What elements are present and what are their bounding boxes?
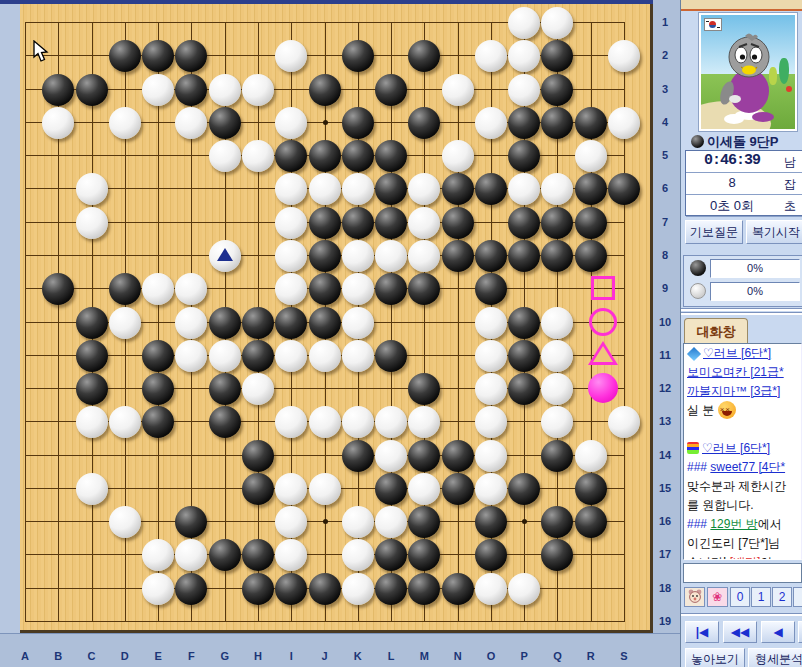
coord-number-5: 5 — [662, 149, 668, 161]
black-stone-H17 — [242, 539, 274, 571]
digit-button-1[interactable]: 1 — [751, 587, 771, 607]
korea-flag-icon — [704, 18, 722, 31]
coord-letter-L: L — [388, 650, 395, 662]
chat-text: 를 원합니다. — [687, 498, 754, 512]
black-stone-J8 — [309, 240, 341, 272]
coord-letter-F: F — [188, 650, 195, 662]
black-stone-H11 — [242, 340, 274, 372]
try-move-button[interactable]: 놓아보기 — [685, 648, 745, 667]
coord-letter-B: B — [54, 650, 62, 662]
black-stone-O6 — [475, 173, 507, 205]
go-to-start-button[interactable]: |◀ — [685, 621, 719, 643]
black-stone-icon — [691, 135, 704, 148]
avatar-flower — [786, 86, 792, 92]
window-left-edge — [0, 4, 21, 667]
white-stone-I2 — [275, 40, 307, 72]
black-stone-N7 — [442, 207, 474, 239]
white-stone-Q10 — [541, 307, 573, 339]
white-stone-I7 — [275, 207, 307, 239]
black-stone-M2 — [408, 40, 440, 72]
magenta-stone-mark — [588, 373, 618, 403]
white-stone-D16 — [109, 506, 141, 538]
black-stone-L9 — [375, 273, 407, 305]
white-stone-O12 — [475, 373, 507, 405]
white-stone-I4 — [275, 107, 307, 139]
back-one-button[interactable]: ◀ — [761, 621, 795, 643]
white-stone-C13 — [76, 406, 108, 438]
white-stone-E3 — [142, 74, 174, 106]
white-stone-J6 — [309, 173, 341, 205]
black-percent-bar: 0% — [710, 259, 800, 278]
white-stone-P1 — [508, 7, 540, 39]
coord-letter-I: I — [290, 650, 293, 662]
white-stone-I11 — [275, 340, 307, 372]
white-stone-I9 — [275, 273, 307, 305]
bird-character — [719, 33, 783, 125]
black-stone-D2 — [109, 40, 141, 72]
white-stone-G5 — [209, 140, 241, 172]
white-stone-I13 — [275, 406, 307, 438]
black-stone-P4 — [508, 107, 540, 139]
white-stone-O13 — [475, 406, 507, 438]
black-stone-P11 — [508, 340, 540, 372]
black-stone-K4 — [342, 107, 374, 139]
coord-letter-H: H — [254, 650, 262, 662]
analysis-button[interactable]: 형세분석 — [748, 648, 802, 667]
black-stone-I10 — [275, 307, 307, 339]
grid-line-h — [25, 554, 625, 555]
black-stone-S6 — [608, 173, 640, 205]
coord-number-16: 16 — [659, 515, 671, 527]
player-avatar — [699, 13, 797, 131]
white-stone-M13 — [408, 406, 440, 438]
white-stone-E17 — [142, 539, 174, 571]
chat-message: ♡러브 [6단*] — [684, 344, 801, 363]
mouse-cursor-icon — [33, 40, 51, 64]
star-point — [323, 519, 328, 524]
coord-letter-A: A — [21, 650, 29, 662]
coord-letter-O: O — [487, 650, 496, 662]
white-stone-F11 — [175, 340, 207, 372]
black-stone-C3 — [76, 74, 108, 106]
grid-line-h — [25, 621, 625, 622]
white-stone-P18 — [508, 573, 540, 605]
win-rate-panel: 0% 0% — [683, 255, 802, 307]
white-stone-J13 — [309, 406, 341, 438]
bear-emoticon-button[interactable] — [684, 587, 705, 607]
black-stone-C12 — [76, 373, 108, 405]
white-stone-N5 — [442, 140, 474, 172]
coord-number-7: 7 — [662, 216, 668, 228]
white-stone-K11 — [342, 340, 374, 372]
black-stone-M12 — [408, 373, 440, 405]
white-stone-O11 — [475, 340, 507, 372]
white-stone-J15 — [309, 473, 341, 505]
white-stone-N3 — [442, 74, 474, 106]
star-point — [323, 120, 328, 125]
white-stone-S13 — [608, 406, 640, 438]
black-stone-E13 — [142, 406, 174, 438]
white-stone-F17 — [175, 539, 207, 571]
black-stone-G17 — [209, 539, 241, 571]
black-stone-N15 — [442, 473, 474, 505]
chat-text[interactable]: ♡러브 [6단*] — [703, 346, 771, 360]
white-stone-I6 — [275, 173, 307, 205]
black-stone-E2 — [142, 40, 174, 72]
black-stone-L17 — [375, 539, 407, 571]
chat-text[interactable]: sweet77 [4단* — [710, 460, 785, 474]
divider — [681, 312, 802, 315]
black-stone-R7 — [575, 207, 607, 239]
black-stone-F3 — [175, 74, 207, 106]
black-stone-Q2 — [541, 40, 573, 72]
black-stone-F16 — [175, 506, 207, 538]
coord-letter-N: N — [454, 650, 462, 662]
chat-input[interactable] — [683, 563, 802, 583]
black-stone-H10 — [242, 307, 274, 339]
black-stone-H14 — [242, 440, 274, 472]
black-stone-P5 — [508, 140, 540, 172]
byoyomi-value: 0초 0회 — [686, 197, 778, 215]
black-stone-E11 — [142, 340, 174, 372]
chat-log[interactable]: ♡러브 [6단*]보미오며칸 [21급*까불지마™ [3급*]실 분 ♡러브 [… — [683, 343, 802, 560]
black-stone-M17 — [408, 539, 440, 571]
white-stone-O2 — [475, 40, 507, 72]
black-stone-B9 — [42, 273, 74, 305]
chat-text: 습니다! — [687, 555, 730, 560]
black-stone-O17 — [475, 539, 507, 571]
black-stone-H15 — [242, 473, 274, 505]
coord-number-10: 10 — [659, 316, 671, 328]
chat-text: 맞수분과 제한시간 — [687, 479, 786, 493]
black-stone-L18 — [375, 573, 407, 605]
white-stone-Q12 — [541, 373, 573, 405]
black-stone-M16 — [408, 506, 440, 538]
timer-panel: 0:46:39 남 8 잡 0초 0회 초 — [685, 150, 802, 216]
replay-start-button[interactable]: 복기시작 — [746, 220, 802, 244]
chat-message: ♡러브 [6단*] — [684, 439, 801, 458]
black-stone-K7 — [342, 207, 374, 239]
black-stone-J5 — [309, 140, 341, 172]
white-stone-D13 — [109, 406, 141, 438]
white-stone-I15 — [275, 473, 307, 505]
black-stone-O16 — [475, 506, 507, 538]
coord-number-11: 11 — [659, 349, 671, 361]
white-stone-F9 — [175, 273, 207, 305]
coord-letter-E: E — [154, 650, 161, 662]
chat-text: 에서 — [758, 517, 782, 531]
chat-message: 를 원합니다. — [684, 496, 801, 515]
captures-count: 8 — [686, 175, 778, 190]
coord-number-19: 19 — [659, 615, 671, 627]
white-stone-O10 — [475, 307, 507, 339]
black-stone-L15 — [375, 473, 407, 505]
back-fast-button[interactable]: ◀◀ — [723, 621, 757, 643]
coord-letter-P: P — [521, 650, 528, 662]
digit-button-2[interactable]: 2 — [772, 587, 792, 607]
white-bar-row: 0% — [684, 279, 802, 302]
coord-number-1: 1 — [662, 16, 668, 28]
black-stone-R4 — [575, 107, 607, 139]
white-stone-L14 — [375, 440, 407, 472]
white-stone-F4 — [175, 107, 207, 139]
chat-text: [베팅] — [730, 555, 761, 560]
white-stone-P6 — [508, 173, 540, 205]
coord-number-2: 2 — [662, 49, 668, 61]
chat-text[interactable]: 129번 방 — [710, 517, 757, 531]
white-stone-K9 — [342, 273, 374, 305]
column-letter-strip — [0, 633, 680, 667]
white-stone-Q1 — [541, 7, 573, 39]
white-stone-Q11 — [541, 340, 573, 372]
black-stone-P10 — [508, 307, 540, 339]
coord-number-14: 14 — [659, 449, 671, 461]
white-stone-K10 — [342, 307, 374, 339]
white-stone-M15 — [408, 473, 440, 505]
chat-message: 맞수분과 제한시간 — [684, 477, 801, 496]
chat-message: ### 129번 방에서 — [684, 515, 801, 534]
white-stone-I16 — [275, 506, 307, 538]
white-stone-O18 — [475, 573, 507, 605]
rainbow-icon — [687, 442, 699, 454]
black-stone-R16 — [575, 506, 607, 538]
white-stone-R5 — [575, 140, 607, 172]
black-stone-G4 — [209, 107, 241, 139]
black-stone-F2 — [175, 40, 207, 72]
coord-letter-J: J — [321, 650, 327, 662]
black-stone-N14 — [442, 440, 474, 472]
white-stone-I8 — [275, 240, 307, 272]
white-stone-E9 — [142, 273, 174, 305]
chat-text: 실 분 — [687, 403, 718, 417]
white-stone-L13 — [375, 406, 407, 438]
black-stone-N18 — [442, 573, 474, 605]
black-stone-M9 — [408, 273, 440, 305]
captures-row: 8 잡 — [686, 173, 802, 195]
forward-button-cut[interactable] — [798, 621, 802, 643]
black-stone-Q3 — [541, 74, 573, 106]
coord-number-3: 3 — [662, 83, 668, 95]
black-stone-L11 — [375, 340, 407, 372]
black-stone-L7 — [375, 207, 407, 239]
black-stone-O9 — [475, 273, 507, 305]
black-stone-P8 — [508, 240, 540, 272]
divider — [681, 308, 802, 311]
black-stone-icon — [690, 260, 706, 276]
black-stone-K5 — [342, 140, 374, 172]
white-stone-C7 — [76, 207, 108, 239]
chat-message: 까불지마™ [3급*] — [684, 382, 801, 401]
chat-message: 실 분 — [684, 401, 801, 420]
sidebar-titlebar — [681, 0, 802, 11]
coord-letter-Q: Q — [553, 650, 562, 662]
black-stone-E12 — [142, 373, 174, 405]
gem-icon — [687, 347, 701, 361]
white-stone-P3 — [508, 74, 540, 106]
white-stone-G11 — [209, 340, 241, 372]
coord-number-9: 9 — [662, 282, 668, 294]
grid-line-v — [458, 22, 459, 622]
star-point — [522, 519, 527, 524]
coord-number-12: 12 — [659, 382, 671, 394]
black-stone-P15 — [508, 473, 540, 505]
chat-message — [684, 420, 801, 439]
white-stone-H5 — [242, 140, 274, 172]
flower-emoticon-button[interactable]: ❀ — [707, 587, 728, 607]
black-stone-J18 — [309, 573, 341, 605]
digit-button-0[interactable]: 0 — [730, 587, 750, 607]
black-stone-N6 — [442, 173, 474, 205]
black-stone-R15 — [575, 473, 607, 505]
black-stone-Q7 — [541, 207, 573, 239]
black-stone-F18 — [175, 573, 207, 605]
time-row: 0:46:39 남 — [686, 151, 802, 173]
white-stone-G3 — [209, 74, 241, 106]
white-stone-Q6 — [541, 173, 573, 205]
black-stone-G10 — [209, 307, 241, 339]
black-stone-M14 — [408, 440, 440, 472]
black-stone-M4 — [408, 107, 440, 139]
chat-text[interactable]: 까불지마™ [3급*] — [687, 384, 780, 398]
black-stone-J3 — [309, 74, 341, 106]
white-stone-O4 — [475, 107, 507, 139]
coord-number-6: 6 — [662, 182, 668, 194]
chat-text: 이 — [760, 555, 772, 560]
black-stone-M18 — [408, 573, 440, 605]
white-stone-D4 — [109, 107, 141, 139]
digit-button-cut[interactable] — [793, 587, 802, 607]
coord-number-8: 8 — [662, 249, 668, 261]
coord-number-15: 15 — [659, 482, 671, 494]
white-stone-K13 — [342, 406, 374, 438]
white-percent-bar: 0% — [710, 282, 800, 301]
sidebar: 이세돌 9단P 0:46:39 남 8 잡 0초 0회 초 기보질문 복기시작 … — [680, 0, 802, 667]
black-stone-L5 — [375, 140, 407, 172]
white-stone-M7 — [408, 207, 440, 239]
black-stone-K14 — [342, 440, 374, 472]
chat-text[interactable]: ♡러브 [6단*] — [702, 441, 770, 455]
chat-tab[interactable]: 대화창 — [684, 318, 748, 344]
chat-message: 보미오며칸 [21급* — [684, 363, 801, 382]
coord-number-17: 17 — [659, 548, 671, 560]
black-stone-C11 — [76, 340, 108, 372]
chat-text: ### — [687, 517, 710, 531]
white-stone-K18 — [342, 573, 374, 605]
black-stone-Q8 — [541, 240, 573, 272]
chat-message: ### sweet77 [4단* — [684, 458, 801, 477]
player-name: 이세돌 9단P — [691, 133, 802, 151]
black-stone-P12 — [508, 373, 540, 405]
white-stone-K16 — [342, 506, 374, 538]
coord-letter-R: R — [587, 650, 595, 662]
black-stone-N8 — [442, 240, 474, 272]
black-stone-B3 — [42, 74, 74, 106]
white-stone-Q13 — [541, 406, 573, 438]
black-stone-K2 — [342, 40, 374, 72]
kibo-question-button[interactable]: 기보질문 — [685, 220, 743, 244]
magenta-square-mark — [591, 276, 615, 300]
black-stone-J10 — [309, 307, 341, 339]
white-stone-J11 — [309, 340, 341, 372]
black-stone-G13 — [209, 406, 241, 438]
black-stone-R6 — [575, 173, 607, 205]
white-stone-D10 — [109, 307, 141, 339]
chat-text[interactable]: 보미오며칸 [21급* — [687, 365, 784, 379]
coord-letter-G: G — [220, 650, 229, 662]
coord-number-13: 13 — [659, 415, 671, 427]
white-stone-M6 — [408, 173, 440, 205]
coord-letter-D: D — [121, 650, 129, 662]
white-stone-K6 — [342, 173, 374, 205]
chat-message: 이긴도리 [7단*]님 — [684, 534, 801, 553]
white-stone-I17 — [275, 539, 307, 571]
black-stone-Q16 — [541, 506, 573, 538]
magenta-tri-mark — [588, 341, 618, 365]
coord-letter-S: S — [620, 650, 627, 662]
white-stone-O15 — [475, 473, 507, 505]
black-stone-H18 — [242, 573, 274, 605]
black-stone-J7 — [309, 207, 341, 239]
coord-letter-M: M — [420, 650, 429, 662]
white-stone-P2 — [508, 40, 540, 72]
white-stone-L16 — [375, 506, 407, 538]
black-stone-Q17 — [541, 539, 573, 571]
black-stone-P7 — [508, 207, 540, 239]
white-stone-K17 — [342, 539, 374, 571]
black-stone-Q14 — [541, 440, 573, 472]
white-stone-O14 — [475, 440, 507, 472]
triangle-move-marker — [217, 248, 233, 261]
time-remaining: 0:46:39 — [686, 152, 778, 169]
coord-letter-K: K — [354, 650, 362, 662]
black-stone-G12 — [209, 373, 241, 405]
white-stone-H12 — [242, 373, 274, 405]
white-stone-B4 — [42, 107, 74, 139]
black-stone-R8 — [575, 240, 607, 272]
laugh-icon — [718, 401, 736, 419]
chat-message: 습니다! [베팅]이 — [684, 553, 801, 560]
app-window: ABCDEFGHIJKLMNOPQRS123456789101112131415… — [0, 0, 802, 667]
white-stone-C15 — [76, 473, 108, 505]
black-stone-D9 — [109, 273, 141, 305]
black-stone-O8 — [475, 240, 507, 272]
black-stone-L6 — [375, 173, 407, 205]
white-stone-C6 — [76, 173, 108, 205]
go-board[interactable] — [20, 4, 653, 633]
grid-line-h — [25, 455, 625, 456]
black-stone-I5 — [275, 140, 307, 172]
black-stone-I18 — [275, 573, 307, 605]
black-stone-C10 — [76, 307, 108, 339]
white-stone-S4 — [608, 107, 640, 139]
coord-number-4: 4 — [662, 116, 668, 128]
white-stone-M8 — [408, 240, 440, 272]
black-bar-row: 0% — [684, 256, 802, 279]
white-stone-H3 — [242, 74, 274, 106]
chat-text: 이긴도리 [7단*]님 — [687, 536, 780, 550]
coord-number-18: 18 — [659, 582, 671, 594]
row-number-strip — [653, 0, 680, 667]
white-stone-F10 — [175, 307, 207, 339]
byoyomi-row: 0초 0회 초 — [686, 195, 802, 217]
magenta-circle-mark — [589, 308, 617, 336]
black-stone-L3 — [375, 74, 407, 106]
white-stone-icon — [690, 283, 706, 299]
black-stone-J9 — [309, 273, 341, 305]
white-stone-K8 — [342, 240, 374, 272]
white-stone-L8 — [375, 240, 407, 272]
divider — [681, 613, 802, 616]
